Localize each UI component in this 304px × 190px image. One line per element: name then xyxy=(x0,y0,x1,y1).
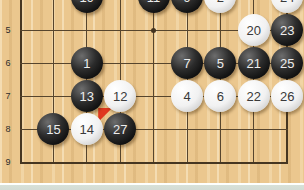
stone-number: 26 xyxy=(280,90,294,103)
stone-number: 1 xyxy=(83,57,90,70)
stone-black-5: 5 xyxy=(204,47,236,79)
stone-white-12: 12 xyxy=(104,80,136,112)
stone-number: 19 xyxy=(80,0,94,4)
stone-black-23: 23 xyxy=(271,14,303,46)
stone-black-15: 15 xyxy=(37,113,69,145)
stone-number: 24 xyxy=(280,0,294,4)
stone-white-6: 6 xyxy=(204,80,236,112)
stone-number: 5 xyxy=(217,57,224,70)
stone-white-20: 20 xyxy=(238,14,270,46)
row-label-7: 7 xyxy=(1,92,15,101)
row-label-9: 9 xyxy=(1,158,15,167)
grid-vline xyxy=(20,0,22,163)
stone-black-7: 7 xyxy=(171,47,203,79)
stone-black-19: 19 xyxy=(71,0,103,13)
row-label-5: 5 xyxy=(1,26,15,35)
row-label-6: 6 xyxy=(1,59,15,68)
stone-number: 13 xyxy=(80,90,94,103)
stone-white-4: 4 xyxy=(171,80,203,112)
stone-black-1: 1 xyxy=(71,47,103,79)
stone-black-11: 11 xyxy=(138,0,170,13)
stone-black-13: 13 xyxy=(71,80,103,112)
go-board[interactable]: 5678919119224202317521251312462226151427 xyxy=(0,0,304,183)
stone-number: 4 xyxy=(183,90,190,103)
stone-number: 9 xyxy=(183,0,190,4)
stone-number: 2 xyxy=(217,0,224,4)
stone-number: 27 xyxy=(113,123,127,136)
stone-number: 22 xyxy=(247,90,261,103)
row-label-8: 8 xyxy=(1,125,15,134)
stone-black-21: 21 xyxy=(238,47,270,79)
stone-number: 15 xyxy=(46,123,60,136)
stone-white-26: 26 xyxy=(271,80,303,112)
stone-number: 11 xyxy=(147,0,161,4)
stone-white-2: 2 xyxy=(204,0,236,13)
grid-vline xyxy=(153,0,154,163)
go-app-screen: 5678919119224202317521251312462226151427 xyxy=(0,0,304,190)
stone-number: 12 xyxy=(113,90,127,103)
stone-number: 25 xyxy=(280,57,294,70)
stone-black-25: 25 xyxy=(271,47,303,79)
stone-white-24: 24 xyxy=(271,0,303,13)
stone-number: 23 xyxy=(280,24,294,37)
stone-white-22: 22 xyxy=(238,80,270,112)
stone-number: 20 xyxy=(247,24,261,37)
stone-number: 6 xyxy=(217,90,224,103)
grid-hline xyxy=(20,162,289,164)
bottom-panel xyxy=(0,183,304,190)
stone-white-14: 14 xyxy=(71,113,103,145)
stone-number: 14 xyxy=(80,123,94,136)
stone-black-9: 9 xyxy=(171,0,203,13)
star-point xyxy=(151,28,156,33)
stone-number: 7 xyxy=(183,57,190,70)
stone-number: 21 xyxy=(247,57,261,70)
stone-black-27: 27 xyxy=(104,113,136,145)
